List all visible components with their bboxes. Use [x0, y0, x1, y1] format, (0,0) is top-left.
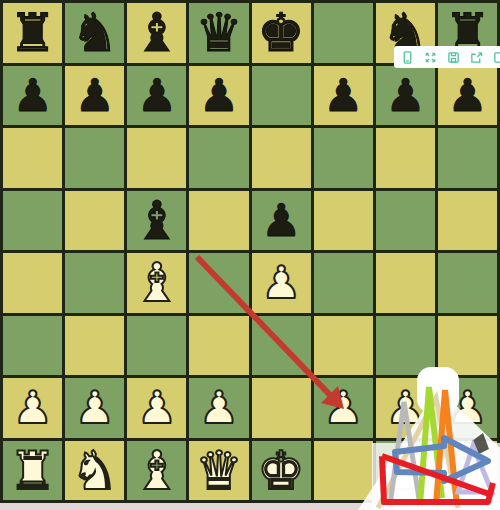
square-b8[interactable]: ♞	[65, 3, 124, 63]
piece-white-king: ♚	[257, 444, 305, 497]
piece-black-pawn: ♟	[12, 73, 52, 118]
square-g2[interactable]: ♟	[376, 378, 435, 438]
square-d4[interactable]	[189, 253, 248, 313]
piece-white-pawn: ♟	[12, 385, 52, 430]
square-b5[interactable]	[65, 191, 124, 251]
square-f8[interactable]	[314, 3, 373, 63]
square-b2[interactable]: ♟	[65, 378, 124, 438]
square-e2[interactable]	[252, 378, 311, 438]
square-h3[interactable]	[438, 316, 497, 376]
piece-black-queen: ♛	[195, 6, 243, 59]
piece-white-pawn: ♟	[199, 385, 239, 430]
square-e3[interactable]	[252, 316, 311, 376]
square-e1[interactable]: ♚	[252, 441, 311, 501]
share-icon[interactable]	[470, 51, 483, 64]
square-a8[interactable]: ♜	[3, 3, 62, 63]
piece-white-pawn: ♟	[323, 385, 363, 430]
phone-icon[interactable]	[401, 51, 414, 64]
fullscreen-icon[interactable]	[424, 51, 437, 64]
square-a6[interactable]	[3, 128, 62, 188]
square-c3[interactable]	[127, 316, 186, 376]
square-h5[interactable]	[438, 191, 497, 251]
piece-white-pawn: ♟	[447, 385, 487, 430]
square-f5[interactable]	[314, 191, 373, 251]
square-c5[interactable]: ♝	[127, 191, 186, 251]
piece-black-bishop: ♝	[133, 6, 181, 59]
piece-white-bishop: ♝	[133, 256, 181, 309]
piece-black-pawn: ♟	[137, 73, 177, 118]
piece-black-pawn: ♟	[385, 73, 425, 118]
square-d7[interactable]: ♟	[189, 66, 248, 126]
square-g7[interactable]: ♟	[376, 66, 435, 126]
square-b3[interactable]	[65, 316, 124, 376]
square-a3[interactable]	[3, 316, 62, 376]
square-a5[interactable]	[3, 191, 62, 251]
square-g1[interactable]: ♞	[376, 441, 435, 501]
piece-black-pawn: ♟	[261, 198, 301, 243]
piece-black-knight: ♞	[71, 6, 119, 59]
square-a4[interactable]	[3, 253, 62, 313]
piece-black-bishop: ♝	[133, 194, 181, 247]
piece-black-king: ♚	[257, 6, 305, 59]
square-h2[interactable]: ♟	[438, 378, 497, 438]
square-f3[interactable]	[314, 316, 373, 376]
piece-black-pawn: ♟	[323, 73, 363, 118]
piece-white-knight: ♞	[71, 444, 119, 497]
square-a1[interactable]: ♜	[3, 441, 62, 501]
square-f4[interactable]	[314, 253, 373, 313]
square-d6[interactable]	[189, 128, 248, 188]
square-a2[interactable]: ♟	[3, 378, 62, 438]
square-b7[interactable]: ♟	[65, 66, 124, 126]
square-c7[interactable]: ♟	[127, 66, 186, 126]
piece-white-queen: ♛	[195, 444, 243, 497]
square-f2[interactable]: ♟	[314, 378, 373, 438]
piece-white-rook: ♜	[9, 444, 57, 497]
square-e7[interactable]	[252, 66, 311, 126]
square-d1[interactable]: ♛	[189, 441, 248, 501]
square-c4[interactable]: ♝	[127, 253, 186, 313]
square-g4[interactable]	[376, 253, 435, 313]
square-g3[interactable]	[376, 316, 435, 376]
square-e4[interactable]: ♟	[252, 253, 311, 313]
square-f7[interactable]: ♟	[314, 66, 373, 126]
square-b6[interactable]	[65, 128, 124, 188]
square-h6[interactable]	[438, 128, 497, 188]
square-d5[interactable]	[189, 191, 248, 251]
square-c2[interactable]: ♟	[127, 378, 186, 438]
save-icon[interactable]	[447, 51, 460, 64]
piece-black-pawn: ♟	[75, 73, 115, 118]
piece-white-rook: ♜	[444, 444, 492, 497]
square-a7[interactable]: ♟	[3, 66, 62, 126]
clipped-icon[interactable]	[493, 51, 500, 64]
square-e5[interactable]: ♟	[252, 191, 311, 251]
bottom-strip	[0, 503, 500, 510]
piece-white-pawn: ♟	[261, 260, 301, 305]
piece-black-pawn: ♟	[447, 73, 487, 118]
square-c6[interactable]	[127, 128, 186, 188]
square-b1[interactable]: ♞	[65, 441, 124, 501]
floating-toolbar	[394, 46, 500, 68]
square-b4[interactable]	[65, 253, 124, 313]
piece-black-rook: ♜	[9, 6, 57, 59]
piece-white-knight: ♞	[382, 444, 430, 497]
piece-black-pawn: ♟	[199, 73, 239, 118]
square-d2[interactable]: ♟	[189, 378, 248, 438]
piece-white-pawn: ♟	[385, 385, 425, 430]
square-h7[interactable]: ♟	[438, 66, 497, 126]
square-c8[interactable]: ♝	[127, 3, 186, 63]
square-f1[interactable]	[314, 441, 373, 501]
piece-white-bishop: ♝	[133, 444, 181, 497]
square-d8[interactable]: ♛	[189, 3, 248, 63]
square-c1[interactable]: ♝	[127, 441, 186, 501]
square-e6[interactable]	[252, 128, 311, 188]
chess-board: ♜♞♝♛♚♞♜♟♟♟♟♟♟♟♝♟♝♟♟♟♟♟♟♟♟♜♞♝♛♚♞♜	[0, 0, 500, 503]
square-d3[interactable]	[189, 316, 248, 376]
piece-white-pawn: ♟	[75, 385, 115, 430]
square-g6[interactable]	[376, 128, 435, 188]
square-f6[interactable]	[314, 128, 373, 188]
piece-white-pawn: ♟	[137, 385, 177, 430]
square-g5[interactable]	[376, 191, 435, 251]
square-e8[interactable]: ♚	[252, 3, 311, 63]
square-h4[interactable]	[438, 253, 497, 313]
square-h1[interactable]: ♜	[438, 441, 497, 501]
